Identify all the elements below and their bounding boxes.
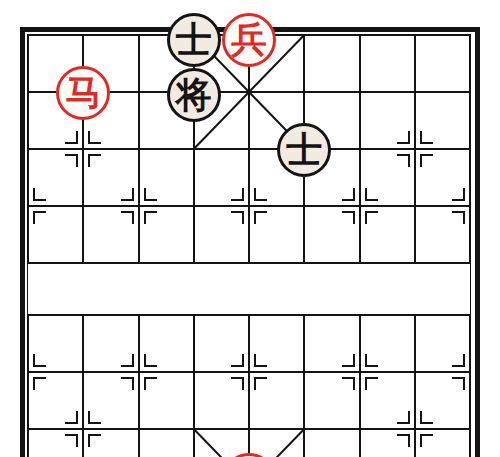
piece-red-horse[interactable]: 马 xyxy=(56,66,110,120)
piece-red-soldier[interactable]: 兵 xyxy=(222,13,276,67)
piece-black-advisor[interactable]: 士 xyxy=(277,123,331,177)
piece-black-advisor[interactable]: 士 xyxy=(167,13,221,67)
piece-black-general[interactable]: 将 xyxy=(167,68,221,122)
xiangqi-board-screenshot: 士兵马将士帅 xyxy=(0,0,500,457)
